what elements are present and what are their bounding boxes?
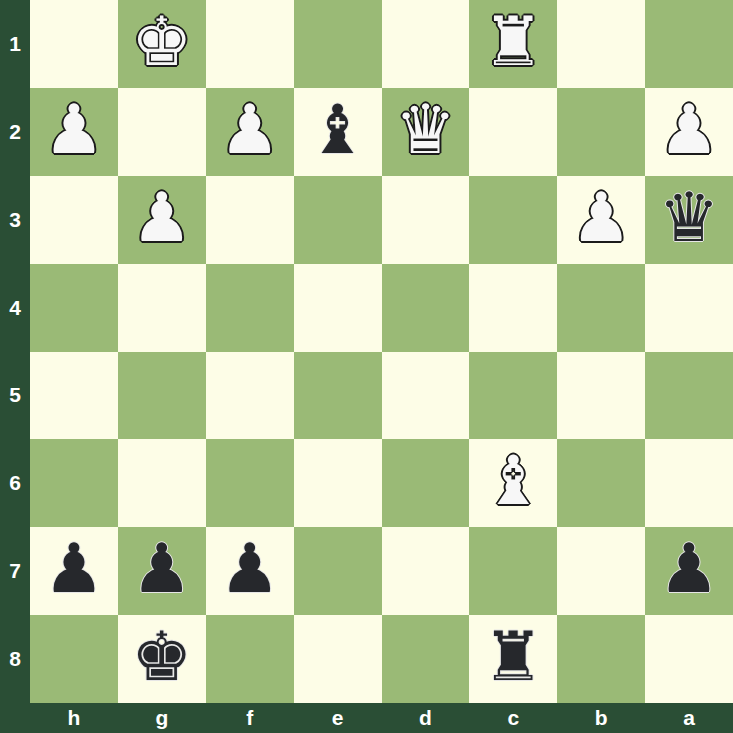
square-d1[interactable] [382, 0, 470, 88]
board-corner [0, 703, 30, 733]
square-h5[interactable] [30, 352, 118, 440]
piece-white-pawn[interactable]: ♟ [659, 96, 720, 164]
square-h3[interactable] [30, 176, 118, 264]
file-label-f: f [206, 703, 294, 733]
square-d8[interactable] [382, 615, 470, 703]
square-c5[interactable] [469, 352, 557, 440]
square-e2[interactable]: ♝ [294, 88, 382, 176]
square-g7[interactable]: ♟ [118, 527, 206, 615]
square-a8[interactable] [645, 615, 733, 703]
square-g4[interactable] [118, 264, 206, 352]
square-b8[interactable] [557, 615, 645, 703]
square-d3[interactable] [382, 176, 470, 264]
square-c1[interactable]: ♜ [469, 0, 557, 88]
square-c4[interactable] [469, 264, 557, 352]
square-a6[interactable] [645, 439, 733, 527]
square-a2[interactable]: ♟ [645, 88, 733, 176]
square-h2[interactable]: ♟ [30, 88, 118, 176]
square-c7[interactable] [469, 527, 557, 615]
square-g3[interactable]: ♟ [118, 176, 206, 264]
file-label-h: h [30, 703, 118, 733]
square-f5[interactable] [206, 352, 294, 440]
rank-label-3: 3 [0, 176, 30, 264]
square-a5[interactable] [645, 352, 733, 440]
rank-label-1: 1 [0, 0, 30, 88]
square-e8[interactable] [294, 615, 382, 703]
square-b3[interactable]: ♟ [557, 176, 645, 264]
square-f8[interactable] [206, 615, 294, 703]
square-g6[interactable] [118, 439, 206, 527]
file-label-b: b [557, 703, 645, 733]
rank-label-5: 5 [0, 352, 30, 440]
piece-black-rook[interactable]: ♜ [483, 623, 544, 691]
piece-black-queen[interactable]: ♛ [659, 184, 720, 252]
rank-label-6: 6 [0, 439, 30, 527]
square-h7[interactable]: ♟ [30, 527, 118, 615]
square-d5[interactable] [382, 352, 470, 440]
square-f2[interactable]: ♟ [206, 88, 294, 176]
square-f1[interactable] [206, 0, 294, 88]
square-h6[interactable] [30, 439, 118, 527]
rank-label-4: 4 [0, 264, 30, 352]
square-a4[interactable] [645, 264, 733, 352]
piece-white-queen[interactable]: ♛ [395, 96, 456, 164]
rank-label-7: 7 [0, 527, 30, 615]
square-e7[interactable] [294, 527, 382, 615]
file-label-d: d [382, 703, 470, 733]
piece-black-pawn[interactable]: ♟ [131, 535, 192, 603]
square-d7[interactable] [382, 527, 470, 615]
square-a3[interactable]: ♛ [645, 176, 733, 264]
square-b6[interactable] [557, 439, 645, 527]
square-e1[interactable] [294, 0, 382, 88]
square-a7[interactable]: ♟ [645, 527, 733, 615]
square-g5[interactable] [118, 352, 206, 440]
piece-white-pawn[interactable]: ♟ [219, 96, 280, 164]
piece-black-pawn[interactable]: ♟ [43, 535, 104, 603]
square-g8[interactable]: ♚ [118, 615, 206, 703]
square-a1[interactable] [645, 0, 733, 88]
square-d6[interactable] [382, 439, 470, 527]
piece-white-king[interactable]: ♚ [131, 8, 192, 76]
square-e5[interactable] [294, 352, 382, 440]
square-h1[interactable] [30, 0, 118, 88]
piece-black-king[interactable]: ♚ [131, 623, 192, 691]
square-d4[interactable] [382, 264, 470, 352]
square-e6[interactable] [294, 439, 382, 527]
square-h8[interactable] [30, 615, 118, 703]
square-h4[interactable] [30, 264, 118, 352]
square-c2[interactable] [469, 88, 557, 176]
file-label-a: a [645, 703, 733, 733]
square-d2[interactable]: ♛ [382, 88, 470, 176]
square-b2[interactable] [557, 88, 645, 176]
square-f3[interactable] [206, 176, 294, 264]
square-b5[interactable] [557, 352, 645, 440]
square-c6[interactable]: ♝ [469, 439, 557, 527]
file-label-g: g [118, 703, 206, 733]
piece-white-pawn[interactable]: ♟ [131, 184, 192, 252]
piece-white-pawn[interactable]: ♟ [43, 96, 104, 164]
chessboard: 1♚♜2♟♟♝♛♟3♟♟♛456♝7♟♟♟♟8♚♜hgfedcba [0, 0, 733, 733]
rank-label-8: 8 [0, 615, 30, 703]
square-g1[interactable]: ♚ [118, 0, 206, 88]
square-f6[interactable] [206, 439, 294, 527]
square-b1[interactable] [557, 0, 645, 88]
piece-black-bishop[interactable]: ♝ [307, 96, 368, 164]
square-e3[interactable] [294, 176, 382, 264]
file-label-e: e [294, 703, 382, 733]
square-c3[interactable] [469, 176, 557, 264]
square-b4[interactable] [557, 264, 645, 352]
piece-white-pawn[interactable]: ♟ [571, 184, 632, 252]
square-f4[interactable] [206, 264, 294, 352]
square-b7[interactable] [557, 527, 645, 615]
piece-black-pawn[interactable]: ♟ [219, 535, 280, 603]
piece-white-bishop[interactable]: ♝ [483, 447, 544, 515]
square-c8[interactable]: ♜ [469, 615, 557, 703]
square-e4[interactable] [294, 264, 382, 352]
square-f7[interactable]: ♟ [206, 527, 294, 615]
rank-label-2: 2 [0, 88, 30, 176]
piece-black-pawn[interactable]: ♟ [659, 535, 720, 603]
square-g2[interactable] [118, 88, 206, 176]
piece-white-rook[interactable]: ♜ [483, 8, 544, 76]
file-label-c: c [469, 703, 557, 733]
